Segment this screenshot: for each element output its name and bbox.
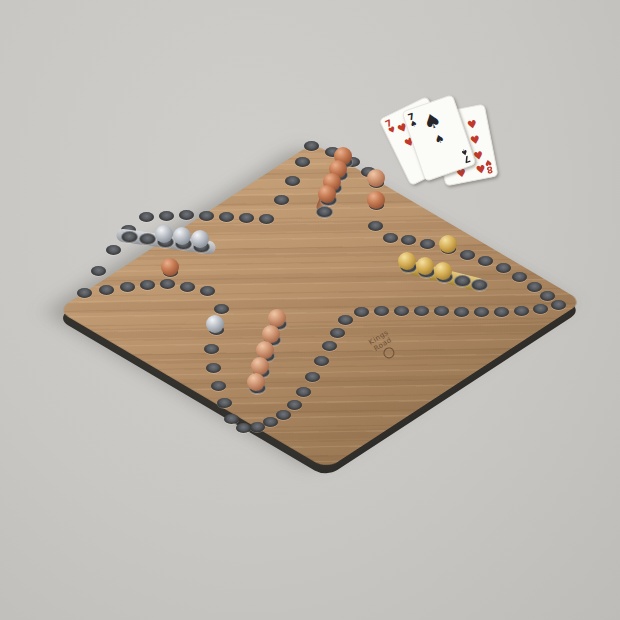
board-hole[interactable] xyxy=(460,250,475,260)
board-hole[interactable] xyxy=(250,422,265,432)
board-hole[interactable] xyxy=(160,279,175,289)
board-hole[interactable] xyxy=(200,286,215,296)
board-hole[interactable] xyxy=(494,307,509,317)
board-hole[interactable] xyxy=(159,211,174,221)
board-hole[interactable] xyxy=(354,307,369,317)
home-strip-hole-gold[interactable] xyxy=(454,275,471,287)
board-hole[interactable] xyxy=(401,235,416,245)
home-strip-hole-copper[interactable] xyxy=(316,206,333,218)
board-hole[interactable] xyxy=(330,328,345,338)
board-hole[interactable] xyxy=(527,282,542,292)
marble-silver[interactable] xyxy=(155,225,173,243)
board-hole[interactable] xyxy=(383,233,398,243)
card-index: 7♥ xyxy=(384,118,397,136)
board-hole[interactable] xyxy=(322,341,337,351)
board-hole[interactable] xyxy=(394,306,409,316)
board-hole[interactable] xyxy=(434,306,449,316)
board-hole[interactable] xyxy=(199,211,214,221)
board-hole[interactable] xyxy=(296,387,311,397)
board-hole[interactable] xyxy=(140,280,155,290)
board-hole[interactable] xyxy=(540,291,555,301)
board-hole[interactable] xyxy=(305,372,320,382)
board-hole[interactable] xyxy=(374,306,389,316)
board-hole[interactable] xyxy=(224,414,239,424)
board-hole[interactable] xyxy=(478,256,493,266)
board-hole[interactable] xyxy=(338,315,353,325)
board-hole[interactable] xyxy=(496,263,511,273)
card-pip: ♠ xyxy=(433,133,446,147)
marble-gold[interactable] xyxy=(439,235,457,253)
board-hole[interactable] xyxy=(179,210,194,220)
card-pip: ♥ xyxy=(466,118,478,131)
board-hole[interactable] xyxy=(368,221,383,231)
home-strip-hole-silver[interactable] xyxy=(121,231,138,243)
board-hole[interactable] xyxy=(214,304,229,314)
board-hole[interactable] xyxy=(106,245,121,255)
marble-copper[interactable] xyxy=(318,185,336,203)
board-hole[interactable] xyxy=(512,272,527,282)
board-hole[interactable] xyxy=(217,398,232,408)
card-index: 7♠ xyxy=(460,147,472,164)
marble-gold[interactable] xyxy=(434,262,452,280)
board-hole[interactable] xyxy=(91,266,106,276)
board-hole[interactable] xyxy=(204,344,219,354)
board-hole[interactable] xyxy=(239,213,254,223)
marble-silver[interactable] xyxy=(191,230,209,248)
card-pip: ♥ xyxy=(475,164,487,177)
marble-gold[interactable] xyxy=(398,252,416,270)
marble-copper[interactable] xyxy=(161,258,179,276)
board-hole[interactable] xyxy=(533,304,548,314)
board-hole[interactable] xyxy=(236,423,251,433)
board-hole[interactable] xyxy=(287,400,302,410)
board-hole[interactable] xyxy=(139,212,154,222)
board-hole[interactable] xyxy=(77,288,92,298)
marble-bronze[interactable] xyxy=(247,373,265,391)
board-hole[interactable] xyxy=(474,307,489,317)
board-hole[interactable] xyxy=(263,417,278,427)
board-hole[interactable] xyxy=(274,195,289,205)
board-hole[interactable] xyxy=(314,356,329,366)
marble-gold[interactable] xyxy=(416,257,434,275)
board-hole[interactable] xyxy=(454,307,469,317)
board-hole[interactable] xyxy=(276,410,291,420)
card-index: 7♠ xyxy=(407,112,419,129)
board-hole[interactable] xyxy=(295,157,310,167)
marble-bronze[interactable] xyxy=(367,169,385,187)
board-hole[interactable] xyxy=(304,141,319,151)
board-hole[interactable] xyxy=(120,282,135,292)
board-hole[interactable] xyxy=(514,306,529,316)
board-hole[interactable] xyxy=(211,381,226,391)
photo-scene: Kings Road 7♥7♥♥♥♥7♠7♠♠♠8♥8♥♥♥♥♥♥♥♥♥ xyxy=(0,0,620,620)
marble-silver[interactable] xyxy=(173,227,191,245)
board-hole[interactable] xyxy=(285,176,300,186)
board-hole[interactable] xyxy=(551,300,566,310)
home-strip-hole-gold[interactable] xyxy=(471,279,488,291)
marble-copper[interactable] xyxy=(367,191,385,209)
board-hole[interactable] xyxy=(180,282,195,292)
board-hole[interactable] xyxy=(206,363,221,373)
home-strip-hole-silver[interactable] xyxy=(139,233,156,245)
board-hole[interactable] xyxy=(420,239,435,249)
board-hole[interactable] xyxy=(219,212,234,222)
card-pip: ♥ xyxy=(469,134,481,147)
board-hole[interactable] xyxy=(259,214,274,224)
board-hole[interactable] xyxy=(414,306,429,316)
board-hole[interactable] xyxy=(99,285,114,295)
card-pip: ♠ xyxy=(420,109,443,134)
marble-silver[interactable] xyxy=(206,315,224,333)
